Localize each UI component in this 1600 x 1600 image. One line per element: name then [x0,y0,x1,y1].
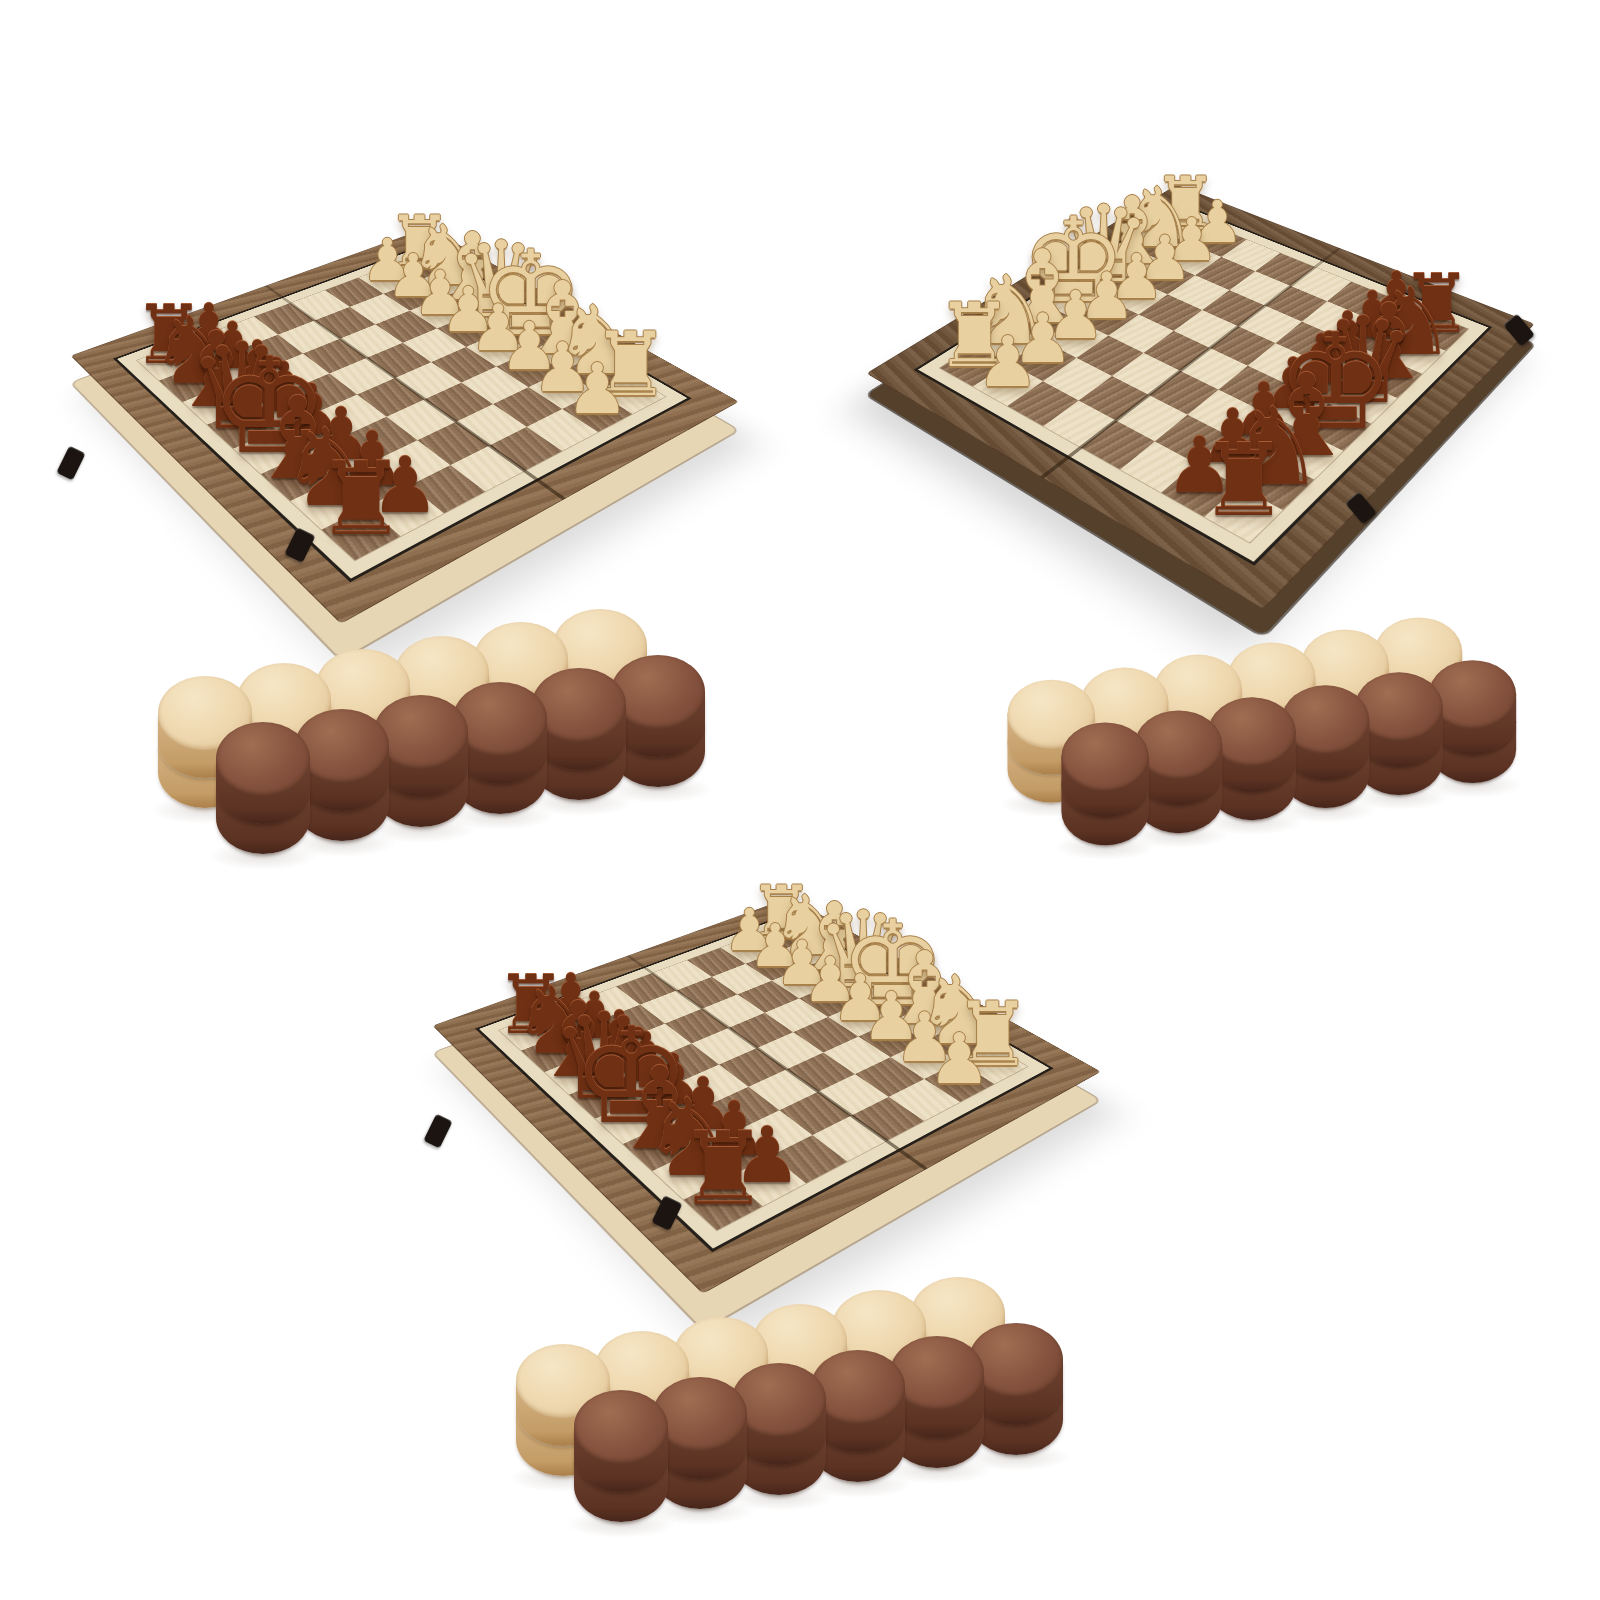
disc-face [574,1390,668,1464]
board-square [489,427,562,471]
board-square [318,395,387,435]
dark-checker-disc [216,722,310,826]
board-square [652,1150,728,1200]
board-3d [433,897,1102,1294]
board-square [1149,371,1219,415]
board-square [183,385,250,424]
board-square [347,417,418,460]
board-square [855,1057,924,1097]
board-square [305,435,377,480]
board-3d [71,227,740,624]
dark-checkers-stack [574,1390,668,1530]
board-square [709,1087,780,1130]
board-square [261,454,335,501]
board-square [1287,361,1355,404]
board-square [386,399,456,440]
board-pinstripe-border [914,203,1493,566]
board-frame [433,897,1102,1294]
board-square [684,1177,763,1230]
board-square [772,1135,848,1183]
board-square [851,1097,924,1141]
board-square [1112,353,1180,395]
board-square [1238,457,1314,510]
board-square [1155,415,1228,463]
board-square [623,1124,697,1171]
board-square [1180,348,1247,390]
dark-checkers-stack [216,722,310,862]
board-pinstripe-border [475,914,1054,1252]
board-square [812,1116,886,1162]
board-square [818,1074,889,1115]
board-square [1248,343,1315,384]
board-square [545,1055,612,1094]
board-square [595,1100,666,1144]
dark-checker-disc [574,1390,668,1494]
checkers-group-right[interactable] [1000,596,1521,847]
board-square [335,460,410,508]
board-square [638,1082,708,1124]
board-square [1188,390,1259,436]
board-square [1116,395,1188,441]
board-square [1204,486,1282,542]
board-square [719,1048,787,1087]
checkers-group-left[interactable] [150,586,710,856]
board-square [1355,356,1422,398]
board-3d [866,185,1535,610]
board-square [1228,409,1300,457]
board-square [562,392,632,432]
board-square [1043,400,1116,447]
board-square [456,404,527,445]
chessboard-top-right[interactable] [845,88,1575,608]
board-square [780,1092,852,1135]
board-square [527,409,598,451]
board-square [1081,420,1155,469]
board-square [739,1110,812,1155]
board-square [1043,358,1112,401]
board-square [493,387,562,427]
chessboard-bottom-center[interactable] [392,788,1122,1308]
board-square [1270,430,1343,480]
board-square [889,1079,960,1121]
board-square [787,1053,855,1092]
board-square [207,407,276,449]
dark-checker-disc [1061,722,1148,819]
board-frame [71,227,740,624]
board-square [377,440,450,485]
board-square [667,1105,739,1150]
board-square [1161,463,1238,517]
board-square [290,373,357,411]
chessboard-top-left[interactable] [30,118,760,638]
board-square [1007,381,1078,426]
board-square [367,486,444,537]
board-square [1258,384,1328,429]
board-square [1300,404,1371,451]
board-square [322,507,401,560]
board-square [425,383,493,422]
board-square [958,1045,1027,1083]
disc-face [216,722,310,796]
checkers-group-bottom[interactable] [508,1254,1068,1524]
board-pinstripe-border [113,244,692,582]
board-square [748,1069,818,1110]
board-square [940,345,1009,386]
board-frame [866,185,1535,610]
board-square [1079,376,1149,420]
board-square [276,412,346,454]
board-square [1196,435,1270,486]
dark-checkers-stack [1061,722,1148,852]
board-square [924,1062,994,1102]
board-square [450,446,524,492]
board-square [612,1060,680,1100]
board-square [680,1065,749,1105]
board-square [250,390,318,430]
board-square [1218,366,1287,409]
board-square [1328,379,1397,424]
board-square [973,363,1043,406]
board-square [357,378,425,417]
board-square [697,1130,772,1178]
board-square [233,430,304,474]
board-square [1120,441,1195,492]
board-square [418,422,490,465]
board-square [596,375,665,413]
product-photo-stage: ♜♟♞♟♝♜♟♟♛♞♟♟♝♚♟♟♛♟♝♟♜♚♟♟♞♟♟♝♞♟♟♜♜♟♟♞♝♟♞♟… [0,0,1600,1600]
board-square [290,480,366,530]
board-square [410,465,486,513]
disc-face [1061,722,1148,791]
board-square [569,1077,638,1119]
board-square [652,1043,719,1081]
board-square [729,1156,806,1207]
